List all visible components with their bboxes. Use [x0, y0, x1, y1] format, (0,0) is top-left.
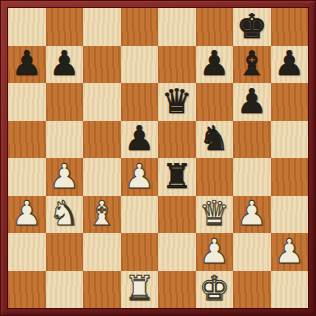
square-f1[interactable]: ♚	[196, 271, 234, 309]
square-e1[interactable]	[158, 271, 196, 309]
square-h4[interactable]	[271, 158, 309, 196]
square-d7[interactable]	[121, 46, 159, 84]
square-b1[interactable]	[46, 271, 84, 309]
square-e5[interactable]	[158, 121, 196, 159]
square-b7[interactable]: ♟	[46, 46, 84, 84]
square-f7[interactable]: ♟	[196, 46, 234, 84]
square-c1[interactable]	[83, 271, 121, 309]
square-f5[interactable]: ♞	[196, 121, 234, 159]
piece-black-pawn-f7[interactable]: ♟	[199, 46, 229, 80]
square-a5[interactable]	[8, 121, 46, 159]
square-e7[interactable]	[158, 46, 196, 84]
square-d8[interactable]	[121, 8, 159, 46]
piece-black-pawn-d5[interactable]: ♟	[124, 121, 154, 155]
square-h2[interactable]: ♟	[271, 233, 309, 271]
piece-white-bishop-c3[interactable]: ♝	[87, 196, 117, 230]
piece-black-pawn-a7[interactable]: ♟	[12, 46, 42, 80]
square-h7[interactable]: ♟	[271, 46, 309, 84]
square-d2[interactable]	[121, 233, 159, 271]
piece-white-pawn-a3[interactable]: ♟	[12, 196, 42, 230]
square-b3[interactable]: ♞	[46, 196, 84, 234]
piece-white-pawn-f2[interactable]: ♟	[199, 234, 229, 268]
square-a4[interactable]	[8, 158, 46, 196]
square-f4[interactable]	[196, 158, 234, 196]
piece-white-knight-b3[interactable]: ♞	[49, 196, 79, 230]
square-c8[interactable]	[83, 8, 121, 46]
square-g7[interactable]: ♝	[233, 46, 271, 84]
square-h1[interactable]	[271, 271, 309, 309]
square-g5[interactable]	[233, 121, 271, 159]
square-a8[interactable]	[8, 8, 46, 46]
square-g8[interactable]: ♚	[233, 8, 271, 46]
square-h8[interactable]	[271, 8, 309, 46]
piece-white-pawn-d4[interactable]: ♟	[124, 159, 154, 193]
board-frame: ♚♟♟♟♝♟♛♟♟♞♟♟♜♟♞♝♛♟♟♟♜♚	[0, 0, 316, 316]
square-g1[interactable]	[233, 271, 271, 309]
square-b6[interactable]	[46, 83, 84, 121]
square-f6[interactable]	[196, 83, 234, 121]
piece-black-pawn-g6[interactable]: ♟	[237, 84, 267, 118]
piece-black-king-g8[interactable]: ♚	[237, 9, 267, 43]
square-b4[interactable]: ♟	[46, 158, 84, 196]
square-e8[interactable]	[158, 8, 196, 46]
square-b5[interactable]	[46, 121, 84, 159]
piece-black-queen-e6[interactable]: ♛	[162, 84, 192, 118]
piece-white-rook-d1[interactable]: ♜	[124, 271, 154, 305]
chess-board: ♚♟♟♟♝♟♛♟♟♞♟♟♜♟♞♝♛♟♟♟♜♚	[8, 8, 308, 308]
square-d5[interactable]: ♟	[121, 121, 159, 159]
square-a2[interactable]	[8, 233, 46, 271]
square-g3[interactable]: ♟	[233, 196, 271, 234]
piece-white-queen-f3[interactable]: ♛	[199, 196, 229, 230]
piece-white-pawn-h2[interactable]: ♟	[274, 234, 304, 268]
piece-black-pawn-h7[interactable]: ♟	[274, 46, 304, 80]
piece-black-pawn-b7[interactable]: ♟	[49, 46, 79, 80]
square-e6[interactable]: ♛	[158, 83, 196, 121]
square-e4[interactable]: ♜	[158, 158, 196, 196]
square-g6[interactable]: ♟	[233, 83, 271, 121]
square-b8[interactable]	[46, 8, 84, 46]
square-g2[interactable]	[233, 233, 271, 271]
square-c5[interactable]	[83, 121, 121, 159]
square-a6[interactable]	[8, 83, 46, 121]
square-f8[interactable]	[196, 8, 234, 46]
square-e2[interactable]	[158, 233, 196, 271]
piece-white-king-f1[interactable]: ♚	[199, 271, 229, 305]
square-g4[interactable]	[233, 158, 271, 196]
square-c2[interactable]	[83, 233, 121, 271]
square-d1[interactable]: ♜	[121, 271, 159, 309]
square-a7[interactable]: ♟	[8, 46, 46, 84]
square-c3[interactable]: ♝	[83, 196, 121, 234]
square-a3[interactable]: ♟	[8, 196, 46, 234]
square-h6[interactable]	[271, 83, 309, 121]
piece-white-pawn-g3[interactable]: ♟	[237, 196, 267, 230]
square-h5[interactable]	[271, 121, 309, 159]
square-c7[interactable]	[83, 46, 121, 84]
square-d3[interactable]	[121, 196, 159, 234]
square-d6[interactable]	[121, 83, 159, 121]
square-c6[interactable]	[83, 83, 121, 121]
piece-black-knight-f5[interactable]: ♞	[199, 121, 229, 155]
square-c4[interactable]	[83, 158, 121, 196]
square-h3[interactable]	[271, 196, 309, 234]
square-a1[interactable]	[8, 271, 46, 309]
square-f3[interactable]: ♛	[196, 196, 234, 234]
square-f2[interactable]: ♟	[196, 233, 234, 271]
piece-white-pawn-b4[interactable]: ♟	[49, 159, 79, 193]
square-e3[interactable]	[158, 196, 196, 234]
square-b2[interactable]	[46, 233, 84, 271]
piece-black-rook-e4[interactable]: ♜	[162, 159, 192, 193]
piece-black-bishop-g7[interactable]: ♝	[237, 46, 267, 80]
square-d4[interactable]: ♟	[121, 158, 159, 196]
